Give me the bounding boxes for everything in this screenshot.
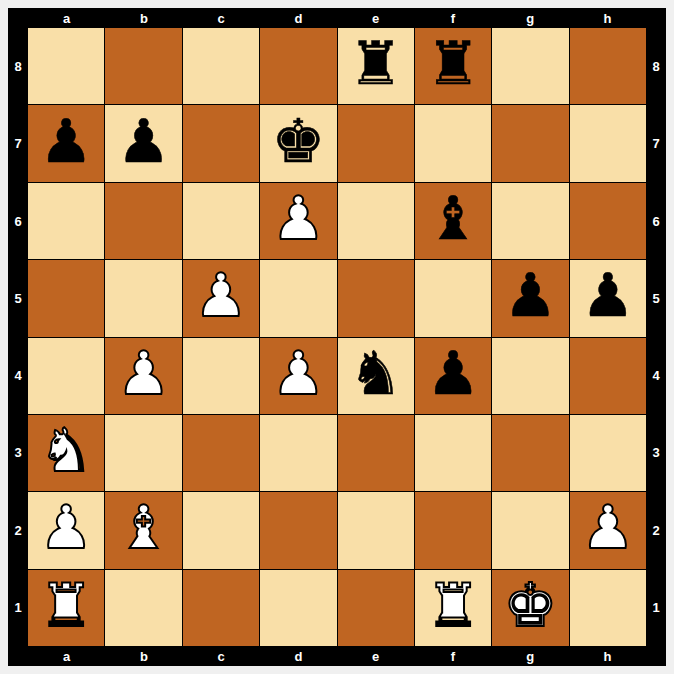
white-pawn-h2[interactable]: ♟ (581, 497, 635, 557)
square-g8[interactable] (492, 28, 568, 104)
file-label-g: g (526, 650, 534, 663)
square-b7[interactable]: ♟ (105, 105, 181, 181)
black-pawn-b7[interactable]: ♟ (117, 111, 171, 171)
square-a1[interactable]: ♜ (28, 570, 104, 646)
square-f8[interactable]: ♜ (415, 28, 491, 104)
frame-corner-bottom-left (8, 646, 28, 666)
square-f5[interactable] (415, 260, 491, 336)
square-b1[interactable] (105, 570, 181, 646)
rank-label-2: 2 (652, 524, 659, 537)
frame-corner-top-right (646, 8, 666, 28)
file-label-e: e (372, 650, 379, 663)
square-c1[interactable] (183, 570, 259, 646)
black-rook-e8[interactable]: ♜ (349, 33, 403, 93)
black-pawn-g5[interactable]: ♟ (504, 265, 558, 325)
white-pawn-b4[interactable]: ♟ (117, 343, 171, 403)
square-d7[interactable]: ♚ (260, 105, 336, 181)
square-e6[interactable] (338, 183, 414, 259)
file-label-f: f (451, 12, 455, 25)
square-e7[interactable] (338, 105, 414, 181)
file-label-h: h (603, 12, 611, 25)
square-f4[interactable]: ♟ (415, 338, 491, 414)
square-b8[interactable] (105, 28, 181, 104)
square-e5[interactable] (338, 260, 414, 336)
rank-label-6: 6 (652, 215, 659, 228)
square-f2[interactable] (415, 492, 491, 568)
black-rook-f8[interactable]: ♜ (426, 33, 480, 93)
file-label-d: d (294, 12, 302, 25)
black-bishop-f6[interactable]: ♝ (426, 188, 480, 248)
file-label-a: a (63, 650, 70, 663)
file-label-e: e (372, 12, 379, 25)
square-e1[interactable] (338, 570, 414, 646)
square-a5[interactable] (28, 260, 104, 336)
rank-label-7: 7 (652, 137, 659, 150)
square-f7[interactable] (415, 105, 491, 181)
rank-label-1: 1 (652, 601, 659, 614)
square-a3[interactable]: ♞ (28, 415, 104, 491)
square-b6[interactable] (105, 183, 181, 259)
square-d6[interactable]: ♟ (260, 183, 336, 259)
file-label-f: f (451, 650, 455, 663)
square-c5[interactable]: ♟ (183, 260, 259, 336)
square-g7[interactable] (492, 105, 568, 181)
square-h1[interactable] (570, 570, 646, 646)
white-rook-f1[interactable]: ♜ (426, 575, 480, 635)
square-d8[interactable] (260, 28, 336, 104)
square-h4[interactable] (570, 338, 646, 414)
black-pawn-h5[interactable]: ♟ (581, 265, 635, 325)
rank-label-2: 2 (14, 524, 21, 537)
square-e2[interactable] (338, 492, 414, 568)
file-label-b: b (140, 12, 148, 25)
square-h3[interactable] (570, 415, 646, 491)
rank-label-8: 8 (652, 60, 659, 73)
file-labels-top: abcdefgh (28, 8, 646, 28)
rank-label-4: 4 (652, 369, 659, 382)
file-label-a: a (63, 12, 70, 25)
rank-label-7: 7 (14, 137, 21, 150)
rank-label-3: 3 (14, 446, 21, 459)
square-a6[interactable] (28, 183, 104, 259)
rank-label-3: 3 (652, 446, 659, 459)
square-c8[interactable] (183, 28, 259, 104)
rank-labels-left: 87654321 (8, 28, 28, 646)
frame-corner-bottom-right (646, 646, 666, 666)
black-king-d7[interactable]: ♚ (271, 111, 325, 171)
square-c2[interactable] (183, 492, 259, 568)
frame-corner-top-left (8, 8, 28, 28)
square-b4[interactable]: ♟ (105, 338, 181, 414)
square-h8[interactable] (570, 28, 646, 104)
white-pawn-c5[interactable]: ♟ (194, 265, 248, 325)
square-c7[interactable] (183, 105, 259, 181)
square-a2[interactable]: ♟ (28, 492, 104, 568)
rank-label-5: 5 (14, 292, 21, 305)
square-d1[interactable] (260, 570, 336, 646)
rank-label-1: 1 (14, 601, 21, 614)
square-f3[interactable] (415, 415, 491, 491)
board-frame: abcdefgh 87654321 ♜♜♟♟♚♟♝♟♟♟♟♟♞♟♞♟♝♟♜♜♚ … (8, 8, 666, 666)
square-c3[interactable] (183, 415, 259, 491)
square-h5[interactable]: ♟ (570, 260, 646, 336)
black-pawn-a7[interactable]: ♟ (39, 111, 93, 171)
file-label-d: d (294, 650, 302, 663)
white-bishop-b2[interactable]: ♝ (117, 497, 171, 557)
square-a8[interactable] (28, 28, 104, 104)
square-h6[interactable] (570, 183, 646, 259)
square-f6[interactable]: ♝ (415, 183, 491, 259)
rank-label-5: 5 (652, 292, 659, 305)
square-f1[interactable]: ♜ (415, 570, 491, 646)
square-a7[interactable]: ♟ (28, 105, 104, 181)
square-c6[interactable] (183, 183, 259, 259)
rank-label-6: 6 (14, 215, 21, 228)
square-e4[interactable]: ♞ (338, 338, 414, 414)
black-knight-e4[interactable]: ♞ (349, 343, 403, 403)
square-d3[interactable] (260, 415, 336, 491)
rank-label-8: 8 (14, 60, 21, 73)
file-label-c: c (218, 650, 225, 663)
square-d5[interactable] (260, 260, 336, 336)
white-king-g1[interactable]: ♚ (504, 575, 558, 635)
square-g2[interactable] (492, 492, 568, 568)
rank-labels-right: 87654321 (646, 28, 666, 646)
square-b5[interactable] (105, 260, 181, 336)
square-d4[interactable]: ♟ (260, 338, 336, 414)
file-label-c: c (218, 12, 225, 25)
white-knight-a3[interactable]: ♞ (39, 420, 93, 480)
file-labels-bottom: abcdefgh (28, 646, 646, 666)
white-rook-a1[interactable]: ♜ (39, 575, 93, 635)
square-a4[interactable] (28, 338, 104, 414)
white-pawn-a2[interactable]: ♟ (39, 497, 93, 557)
chess-diagram-page: { "game": "chess", "position": { "fen": … (0, 0, 674, 674)
square-d2[interactable] (260, 492, 336, 568)
square-b3[interactable] (105, 415, 181, 491)
rank-label-4: 4 (14, 369, 21, 382)
square-g4[interactable] (492, 338, 568, 414)
square-c4[interactable] (183, 338, 259, 414)
black-pawn-f4[interactable]: ♟ (426, 343, 480, 403)
square-e8[interactable]: ♜ (338, 28, 414, 104)
square-g6[interactable] (492, 183, 568, 259)
white-pawn-d4[interactable]: ♟ (271, 343, 325, 403)
square-g1[interactable]: ♚ (492, 570, 568, 646)
square-h2[interactable]: ♟ (570, 492, 646, 568)
file-label-g: g (526, 12, 534, 25)
file-label-h: h (603, 650, 611, 663)
board: ♜♜♟♟♚♟♝♟♟♟♟♟♞♟♞♟♝♟♜♜♚ (28, 28, 646, 646)
square-e3[interactable] (338, 415, 414, 491)
file-label-b: b (140, 650, 148, 663)
square-g3[interactable] (492, 415, 568, 491)
square-b2[interactable]: ♝ (105, 492, 181, 568)
white-pawn-d6[interactable]: ♟ (271, 188, 325, 248)
square-g5[interactable]: ♟ (492, 260, 568, 336)
square-h7[interactable] (570, 105, 646, 181)
